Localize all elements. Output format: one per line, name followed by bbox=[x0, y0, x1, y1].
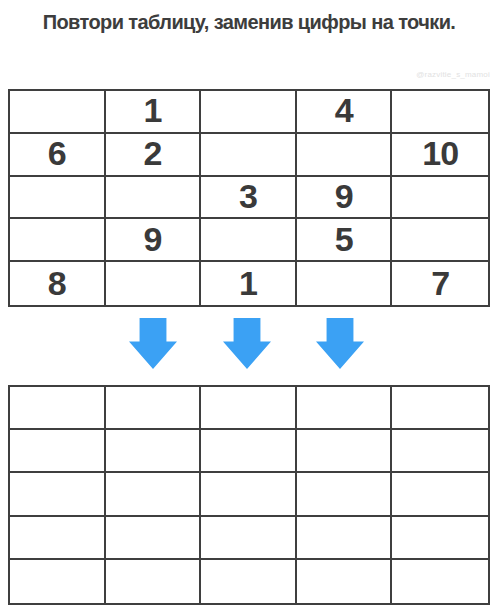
source-cell-r3c4: 9 bbox=[297, 177, 393, 220]
source-number-table: 1462103995817 bbox=[8, 89, 490, 307]
source-cell-r3c5 bbox=[392, 177, 488, 220]
target-cell-r5c2 bbox=[106, 560, 202, 603]
target-cell-r4c2 bbox=[106, 517, 202, 560]
down-arrow-icon bbox=[129, 318, 177, 369]
source-cell-r3c1 bbox=[10, 177, 106, 220]
target-cell-r5c5 bbox=[392, 560, 488, 603]
source-cell-r5c2 bbox=[106, 262, 202, 305]
source-cell-r1c5 bbox=[392, 91, 488, 134]
target-cell-r3c1 bbox=[10, 473, 106, 516]
empty-answer-table bbox=[8, 385, 490, 605]
source-cell-r1c4: 4 bbox=[297, 91, 393, 134]
source-cell-r5c5: 7 bbox=[392, 262, 488, 305]
target-cell-r1c4 bbox=[297, 387, 393, 430]
source-cell-r5c3: 1 bbox=[201, 262, 297, 305]
source-cell-r1c3 bbox=[201, 91, 297, 134]
target-cell-r4c5 bbox=[392, 517, 488, 560]
target-cell-r2c4 bbox=[297, 430, 393, 473]
source-cell-r2c3 bbox=[201, 134, 297, 177]
target-cell-r5c4 bbox=[297, 560, 393, 603]
target-cell-r3c2 bbox=[106, 473, 202, 516]
source-cell-r4c5 bbox=[392, 219, 488, 262]
source-cell-r3c3: 3 bbox=[201, 177, 297, 220]
target-cell-r1c3 bbox=[201, 387, 297, 430]
source-cell-r4c3 bbox=[201, 219, 297, 262]
source-cell-r1c2: 1 bbox=[106, 91, 202, 134]
worksheet-title: Повтори таблицу, заменив цифры на точки. bbox=[0, 11, 498, 34]
source-cell-r5c1: 8 bbox=[10, 262, 106, 305]
source-cell-r2c2: 2 bbox=[106, 134, 202, 177]
target-cell-r1c2 bbox=[106, 387, 202, 430]
target-cell-r4c1 bbox=[10, 517, 106, 560]
source-cell-r1c1 bbox=[10, 91, 106, 134]
target-cell-r1c5 bbox=[392, 387, 488, 430]
target-cell-r2c3 bbox=[201, 430, 297, 473]
target-cell-r2c1 bbox=[10, 430, 106, 473]
target-cell-r4c3 bbox=[201, 517, 297, 560]
target-cell-r3c3 bbox=[201, 473, 297, 516]
watermark-credit: @razvitie_s_mamoi bbox=[416, 70, 490, 79]
target-cell-r5c1 bbox=[10, 560, 106, 603]
target-cell-r2c5 bbox=[392, 430, 488, 473]
source-cell-r2c5: 10 bbox=[392, 134, 488, 177]
target-cell-r1c1 bbox=[10, 387, 106, 430]
target-cell-r2c2 bbox=[106, 430, 202, 473]
down-arrow-icon bbox=[223, 318, 271, 369]
source-cell-r5c4 bbox=[297, 262, 393, 305]
source-cell-r2c1: 6 bbox=[10, 134, 106, 177]
target-cell-r4c4 bbox=[297, 517, 393, 560]
target-cell-r3c5 bbox=[392, 473, 488, 516]
source-cell-r4c2: 9 bbox=[106, 219, 202, 262]
target-cell-r3c4 bbox=[297, 473, 393, 516]
source-cell-r4c4: 5 bbox=[297, 219, 393, 262]
source-cell-r2c4 bbox=[297, 134, 393, 177]
source-cell-r4c1 bbox=[10, 219, 106, 262]
target-cell-r5c3 bbox=[201, 560, 297, 603]
source-cell-r3c2 bbox=[106, 177, 202, 220]
down-arrow-icon bbox=[316, 318, 364, 369]
